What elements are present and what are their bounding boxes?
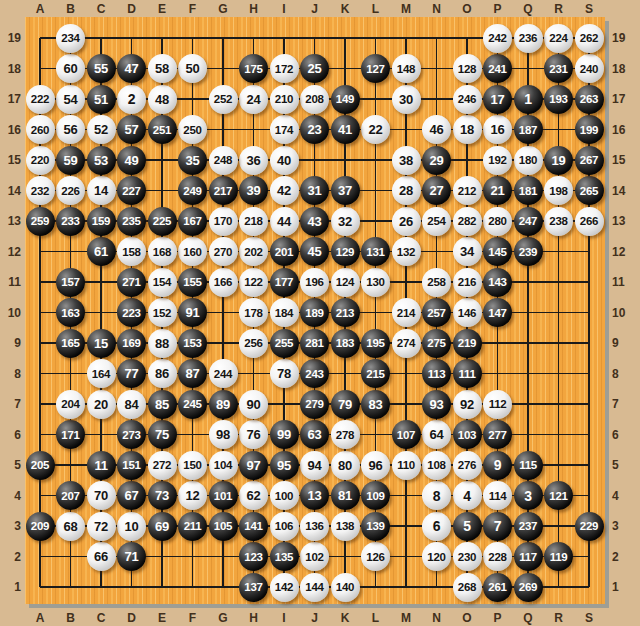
black-stone-G14: 217 (209, 176, 238, 205)
column-label-bottom: H (244, 610, 264, 626)
white-stone-M12: 132 (392, 237, 421, 266)
black-stone-R15: 19 (544, 146, 573, 175)
row-label-left: 15 (0, 152, 21, 168)
white-stone-K5: 80 (331, 451, 360, 480)
black-stone-K7: 79 (331, 390, 360, 419)
white-stone-R14: 198 (544, 176, 573, 205)
black-stone-P11: 143 (483, 268, 512, 297)
black-stone-O8: 111 (453, 359, 482, 388)
white-stone-I1: 142 (270, 573, 299, 602)
black-stone-D18: 47 (117, 54, 146, 83)
black-stone-G3: 105 (209, 512, 238, 541)
column-label-top: H (244, 1, 264, 17)
white-stone-G13: 170 (209, 207, 238, 236)
black-stone-E6: 75 (148, 420, 177, 449)
white-stone-P4: 114 (483, 481, 512, 510)
row-label-left: 9 (0, 335, 21, 351)
black-stone-K14: 37 (331, 176, 360, 205)
black-stone-I12: 201 (270, 237, 299, 266)
row-label-left: 19 (0, 30, 21, 46)
black-stone-C18: 55 (87, 54, 116, 83)
white-stone-N16: 46 (422, 115, 451, 144)
column-label-bottom: B (61, 610, 81, 626)
white-stone-I3: 106 (270, 512, 299, 541)
white-stone-S18: 240 (575, 54, 604, 83)
white-stone-O4: 4 (453, 481, 482, 510)
white-stone-L5: 96 (361, 451, 390, 480)
white-stone-M18: 148 (392, 54, 421, 83)
white-stone-K13: 32 (331, 207, 360, 236)
black-stone-F8: 87 (178, 359, 207, 388)
white-stone-M14: 28 (392, 176, 421, 205)
white-stone-R19: 224 (544, 24, 573, 53)
row-label-right: 2 (612, 549, 633, 565)
black-stone-L3: 139 (361, 512, 390, 541)
row-label-left: 13 (0, 213, 21, 229)
column-label-top: Q (518, 1, 538, 17)
go-board[interactable]: 1234567891011121314151617181920212223242… (25, 17, 605, 604)
black-stone-H14: 39 (239, 176, 268, 205)
black-stone-H3: 141 (239, 512, 268, 541)
white-stone-E8: 86 (148, 359, 177, 388)
white-stone-I14: 42 (270, 176, 299, 205)
white-stone-N4: 8 (422, 481, 451, 510)
column-label-top: A (30, 1, 50, 17)
black-stone-P14: 21 (483, 176, 512, 205)
black-stone-B10: 163 (56, 298, 85, 327)
black-stone-L4: 109 (361, 481, 390, 510)
white-stone-L11: 130 (361, 268, 390, 297)
white-stone-P7: 112 (483, 390, 512, 419)
black-stone-B15: 59 (56, 146, 85, 175)
black-stone-C12: 61 (87, 237, 116, 266)
white-stone-O5: 276 (453, 451, 482, 480)
column-label-top: B (61, 1, 81, 17)
black-stone-D15: 49 (117, 146, 146, 175)
white-stone-B16: 56 (56, 115, 85, 144)
white-stone-D12: 158 (117, 237, 146, 266)
column-label-bottom: M (396, 610, 416, 626)
white-stone-O14: 212 (453, 176, 482, 205)
go-game-record: 1234567891011121314151617181920212223242… (0, 0, 640, 626)
column-label-bottom: F (183, 610, 203, 626)
white-stone-G15: 248 (209, 146, 238, 175)
column-label-bottom: I (274, 610, 294, 626)
black-stone-P17: 17 (483, 85, 512, 114)
black-stone-E4: 73 (148, 481, 177, 510)
white-stone-I8: 78 (270, 359, 299, 388)
row-label-left: 14 (0, 183, 21, 199)
white-stone-F18: 50 (178, 54, 207, 83)
black-stone-N15: 29 (422, 146, 451, 175)
white-stone-O10: 146 (453, 298, 482, 327)
black-stone-K16: 41 (331, 115, 360, 144)
white-stone-N11: 258 (422, 268, 451, 297)
column-label-top: R (549, 1, 569, 17)
white-stone-J5: 94 (300, 451, 329, 480)
black-stone-R4: 121 (544, 481, 573, 510)
black-stone-L18: 127 (361, 54, 390, 83)
white-stone-I16: 174 (270, 115, 299, 144)
column-label-top: J (305, 1, 325, 17)
black-stone-B9: 165 (56, 329, 85, 358)
white-stone-I15: 40 (270, 146, 299, 175)
white-stone-M9: 274 (392, 329, 421, 358)
white-stone-H11: 122 (239, 268, 268, 297)
white-stone-D17: 2 (117, 85, 146, 114)
row-label-right: 11 (612, 274, 633, 290)
row-label-right: 9 (612, 335, 633, 351)
column-label-top: N (427, 1, 447, 17)
white-stone-D7: 84 (117, 390, 146, 419)
white-stone-M15: 38 (392, 146, 421, 175)
white-stone-I18: 172 (270, 54, 299, 83)
column-label-bottom: A (30, 610, 50, 626)
black-stone-G7: 89 (209, 390, 238, 419)
white-stone-C4: 70 (87, 481, 116, 510)
row-label-right: 8 (612, 366, 633, 382)
white-stone-S19: 262 (575, 24, 604, 53)
white-stone-I17: 210 (270, 85, 299, 114)
white-stone-H6: 76 (239, 420, 268, 449)
white-stone-O7: 92 (453, 390, 482, 419)
column-label-bottom: D (122, 610, 142, 626)
black-stone-J18: 25 (300, 54, 329, 83)
white-stone-I4: 100 (270, 481, 299, 510)
row-label-left: 16 (0, 122, 21, 138)
column-label-top: C (91, 1, 111, 17)
column-label-top: K (335, 1, 355, 17)
white-stone-A16: 260 (26, 115, 55, 144)
white-stone-N5: 108 (422, 451, 451, 480)
column-label-top: S (579, 1, 599, 17)
black-stone-Q17: 1 (514, 85, 543, 114)
column-label-top: M (396, 1, 416, 17)
white-stone-C14: 14 (87, 176, 116, 205)
black-stone-J16: 23 (300, 115, 329, 144)
white-stone-F16: 250 (178, 115, 207, 144)
black-stone-H18: 175 (239, 54, 268, 83)
black-stone-K10: 213 (331, 298, 360, 327)
row-label-right: 6 (612, 427, 633, 443)
black-stone-Q4: 3 (514, 481, 543, 510)
black-stone-J10: 189 (300, 298, 329, 327)
white-stone-G11: 166 (209, 268, 238, 297)
black-stone-P18: 241 (483, 54, 512, 83)
black-stone-F11: 155 (178, 268, 207, 297)
white-stone-Q15: 180 (514, 146, 543, 175)
row-label-right: 12 (612, 244, 633, 260)
black-stone-A13: 259 (26, 207, 55, 236)
black-stone-E13: 225 (148, 207, 177, 236)
black-stone-J9: 281 (300, 329, 329, 358)
white-stone-B3: 68 (56, 512, 85, 541)
white-stone-E11: 154 (148, 268, 177, 297)
black-stone-J7: 279 (300, 390, 329, 419)
black-stone-C9: 15 (87, 329, 116, 358)
white-stone-P13: 280 (483, 207, 512, 236)
row-label-left: 6 (0, 427, 21, 443)
white-stone-F5: 150 (178, 451, 207, 480)
black-stone-S17: 263 (575, 85, 604, 114)
black-stone-O9: 219 (453, 329, 482, 358)
column-label-bottom: P (488, 610, 508, 626)
black-stone-I9: 255 (270, 329, 299, 358)
column-label-top: P (488, 1, 508, 17)
white-stone-J2: 102 (300, 542, 329, 571)
white-stone-O17: 246 (453, 85, 482, 114)
white-stone-B19: 234 (56, 24, 85, 53)
black-stone-N10: 257 (422, 298, 451, 327)
black-stone-F3: 211 (178, 512, 207, 541)
black-stone-O3: 5 (453, 512, 482, 541)
black-stone-R17: 193 (544, 85, 573, 114)
column-label-bottom: K (335, 610, 355, 626)
row-label-right: 19 (612, 30, 633, 46)
black-stone-R2: 119 (544, 542, 573, 571)
white-stone-O16: 18 (453, 115, 482, 144)
white-stone-M13: 26 (392, 207, 421, 236)
white-stone-M10: 214 (392, 298, 421, 327)
white-stone-P16: 16 (483, 115, 512, 144)
white-stone-H7: 90 (239, 390, 268, 419)
row-label-right: 14 (612, 183, 633, 199)
column-label-top: I (274, 1, 294, 17)
white-stone-C2: 66 (87, 542, 116, 571)
black-stone-D9: 169 (117, 329, 146, 358)
white-stone-I13: 44 (270, 207, 299, 236)
black-stone-L8: 215 (361, 359, 390, 388)
row-label-left: 2 (0, 549, 21, 565)
white-stone-K6: 278 (331, 420, 360, 449)
white-stone-F4: 12 (178, 481, 207, 510)
column-label-bottom: J (305, 610, 325, 626)
white-stone-B7: 204 (56, 390, 85, 419)
white-stone-E17: 48 (148, 85, 177, 114)
black-stone-N7: 93 (422, 390, 451, 419)
black-stone-C13: 159 (87, 207, 116, 236)
black-stone-I2: 135 (270, 542, 299, 571)
white-stone-G8: 244 (209, 359, 238, 388)
black-stone-Q14: 181 (514, 176, 543, 205)
white-stone-P19: 242 (483, 24, 512, 53)
black-stone-F13: 167 (178, 207, 207, 236)
white-stone-G5: 104 (209, 451, 238, 480)
black-stone-B11: 157 (56, 268, 85, 297)
row-label-left: 17 (0, 91, 21, 107)
white-stone-H4: 62 (239, 481, 268, 510)
black-stone-D6: 273 (117, 420, 146, 449)
white-stone-J11: 196 (300, 268, 329, 297)
white-stone-O13: 282 (453, 207, 482, 236)
black-stone-F14: 249 (178, 176, 207, 205)
black-stone-J12: 45 (300, 237, 329, 266)
white-stone-N3: 6 (422, 512, 451, 541)
row-label-left: 10 (0, 305, 21, 321)
black-stone-G4: 101 (209, 481, 238, 510)
black-stone-Q5: 115 (514, 451, 543, 480)
white-stone-H13: 218 (239, 207, 268, 236)
black-stone-D11: 271 (117, 268, 146, 297)
black-stone-D5: 151 (117, 451, 146, 480)
white-stone-M17: 30 (392, 85, 421, 114)
column-label-top: L (366, 1, 386, 17)
black-stone-K12: 129 (331, 237, 360, 266)
black-stone-D4: 67 (117, 481, 146, 510)
white-stone-S13: 266 (575, 207, 604, 236)
row-label-right: 17 (612, 91, 633, 107)
white-stone-G12: 270 (209, 237, 238, 266)
row-label-right: 10 (612, 305, 633, 321)
white-stone-P15: 192 (483, 146, 512, 175)
black-stone-P10: 147 (483, 298, 512, 327)
black-stone-D16: 57 (117, 115, 146, 144)
white-stone-H9: 256 (239, 329, 268, 358)
black-stone-E7: 85 (148, 390, 177, 419)
white-stone-B14: 226 (56, 176, 85, 205)
white-stone-N2: 120 (422, 542, 451, 571)
black-stone-D13: 235 (117, 207, 146, 236)
black-stone-S15: 267 (575, 146, 604, 175)
row-label-right: 5 (612, 457, 633, 473)
black-stone-J13: 43 (300, 207, 329, 236)
black-stone-C5: 11 (87, 451, 116, 480)
white-stone-N13: 254 (422, 207, 451, 236)
white-stone-F12: 160 (178, 237, 207, 266)
column-label-top: F (183, 1, 203, 17)
white-stone-C3: 72 (87, 512, 116, 541)
white-stone-B18: 60 (56, 54, 85, 83)
row-label-right: 1 (612, 579, 633, 595)
black-stone-F9: 153 (178, 329, 207, 358)
white-stone-N6: 64 (422, 420, 451, 449)
column-label-top: O (457, 1, 477, 17)
column-label-bottom: G (213, 610, 233, 626)
white-stone-H10: 178 (239, 298, 268, 327)
column-label-bottom: N (427, 610, 447, 626)
white-stone-B17: 54 (56, 85, 85, 114)
black-stone-L12: 131 (361, 237, 390, 266)
black-stone-D8: 77 (117, 359, 146, 388)
white-stone-H17: 24 (239, 85, 268, 114)
black-stone-F7: 245 (178, 390, 207, 419)
column-label-top: E (152, 1, 172, 17)
black-stone-I5: 95 (270, 451, 299, 480)
white-stone-E12: 168 (148, 237, 177, 266)
black-stone-D10: 223 (117, 298, 146, 327)
white-stone-C7: 20 (87, 390, 116, 419)
black-stone-P5: 9 (483, 451, 512, 480)
white-stone-R13: 238 (544, 207, 573, 236)
black-stone-I11: 177 (270, 268, 299, 297)
column-label-bottom: C (91, 610, 111, 626)
black-stone-Q3: 237 (514, 512, 543, 541)
black-stone-Q13: 247 (514, 207, 543, 236)
white-stone-A14: 232 (26, 176, 55, 205)
column-label-bottom: L (366, 610, 386, 626)
row-label-right: 18 (612, 61, 633, 77)
row-label-right: 3 (612, 518, 633, 534)
white-stone-O12: 34 (453, 237, 482, 266)
row-label-right: 7 (612, 396, 633, 412)
row-label-left: 8 (0, 366, 21, 382)
black-stone-K4: 81 (331, 481, 360, 510)
white-stone-E5: 272 (148, 451, 177, 480)
row-label-left: 11 (0, 274, 21, 290)
black-stone-C17: 51 (87, 85, 116, 114)
black-stone-J8: 243 (300, 359, 329, 388)
row-label-left: 18 (0, 61, 21, 77)
white-stone-H12: 202 (239, 237, 268, 266)
row-label-left: 7 (0, 396, 21, 412)
white-stone-C16: 52 (87, 115, 116, 144)
black-stone-E3: 69 (148, 512, 177, 541)
black-stone-L9: 195 (361, 329, 390, 358)
white-stone-E9: 88 (148, 329, 177, 358)
black-stone-B6: 171 (56, 420, 85, 449)
black-stone-D14: 227 (117, 176, 146, 205)
column-label-bottom: S (579, 610, 599, 626)
white-stone-E10: 152 (148, 298, 177, 327)
white-stone-O1: 268 (453, 573, 482, 602)
black-stone-M6: 107 (392, 420, 421, 449)
white-stone-K11: 124 (331, 268, 360, 297)
black-stone-N9: 275 (422, 329, 451, 358)
white-stone-G6: 98 (209, 420, 238, 449)
black-stone-A5: 205 (26, 451, 55, 480)
black-stone-P12: 145 (483, 237, 512, 266)
column-label-bottom: O (457, 610, 477, 626)
row-label-right: 15 (612, 152, 633, 168)
black-stone-P1: 261 (483, 573, 512, 602)
column-label-bottom: R (549, 610, 569, 626)
black-stone-J6: 63 (300, 420, 329, 449)
black-stone-R18: 231 (544, 54, 573, 83)
black-stone-Q12: 239 (514, 237, 543, 266)
white-stone-M5: 110 (392, 451, 421, 480)
black-stone-S14: 265 (575, 176, 604, 205)
black-stone-A3: 209 (26, 512, 55, 541)
black-stone-E16: 251 (148, 115, 177, 144)
black-stone-Q2: 117 (514, 542, 543, 571)
white-stone-O2: 230 (453, 542, 482, 571)
white-stone-H15: 36 (239, 146, 268, 175)
black-stone-N14: 27 (422, 176, 451, 205)
black-stone-Q1: 269 (514, 573, 543, 602)
white-stone-J3: 136 (300, 512, 329, 541)
row-label-right: 13 (612, 213, 633, 229)
black-stone-P6: 277 (483, 420, 512, 449)
white-stone-J17: 208 (300, 85, 329, 114)
white-stone-L16: 22 (361, 115, 390, 144)
black-stone-L7: 83 (361, 390, 390, 419)
black-stone-H1: 137 (239, 573, 268, 602)
white-stone-A15: 220 (26, 146, 55, 175)
black-stone-F15: 35 (178, 146, 207, 175)
black-stone-K17: 149 (331, 85, 360, 114)
black-stone-O6: 103 (453, 420, 482, 449)
column-label-bottom: Q (518, 610, 538, 626)
black-stone-H2: 123 (239, 542, 268, 571)
row-label-left: 1 (0, 579, 21, 595)
row-label-left: 4 (0, 488, 21, 504)
black-stone-P3: 7 (483, 512, 512, 541)
white-stone-K3: 138 (331, 512, 360, 541)
black-stone-J14: 31 (300, 176, 329, 205)
white-stone-O18: 128 (453, 54, 482, 83)
white-stone-O11: 216 (453, 268, 482, 297)
black-stone-N8: 113 (422, 359, 451, 388)
